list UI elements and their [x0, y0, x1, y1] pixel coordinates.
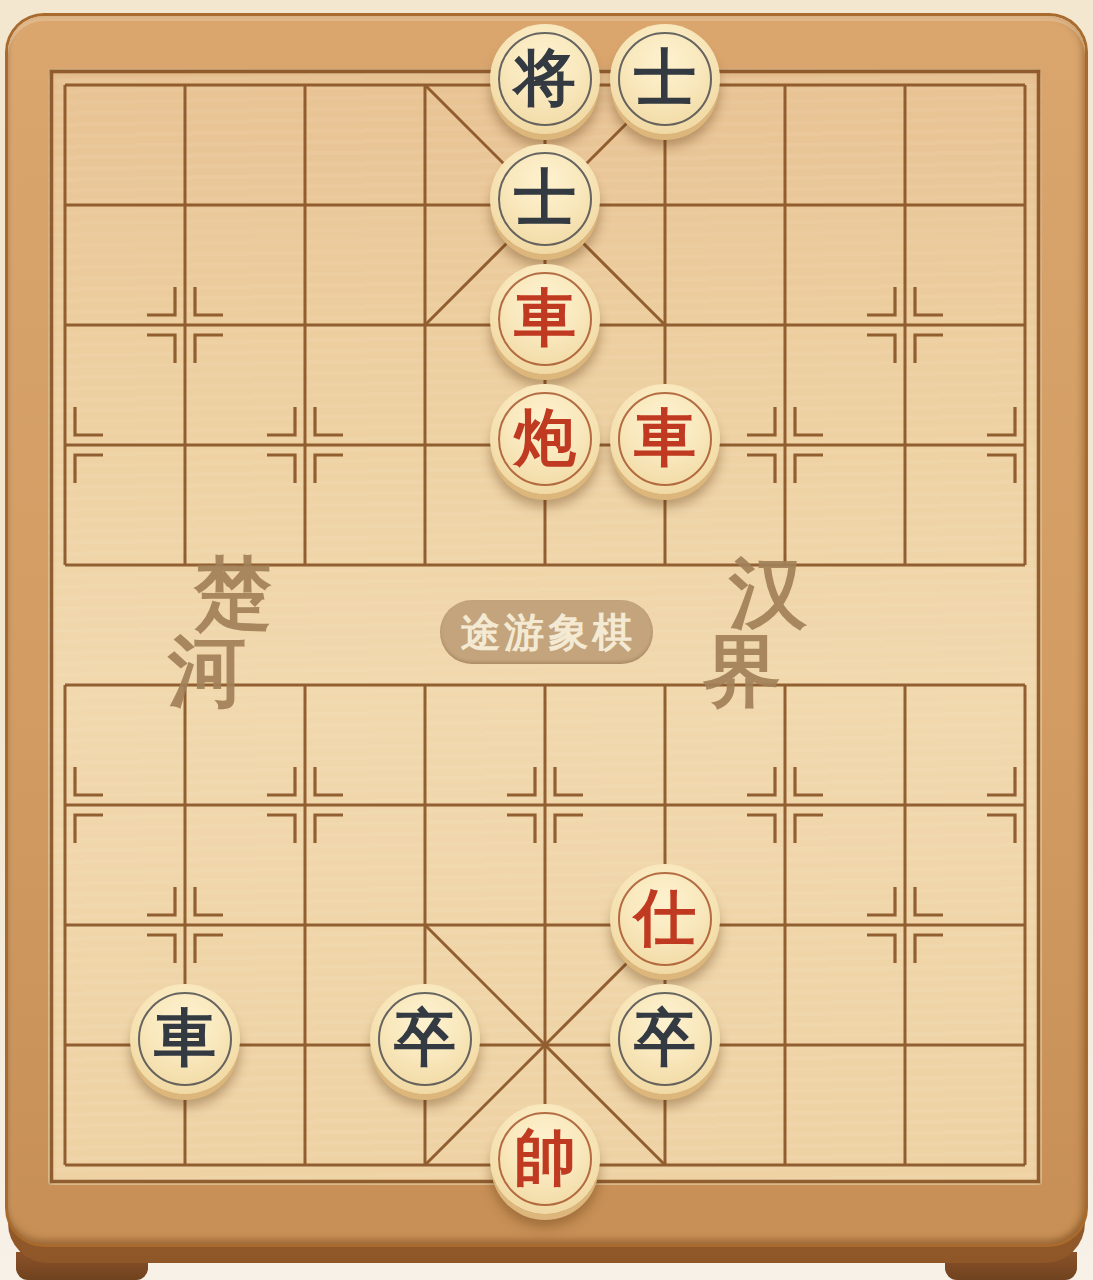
- piece-glyph: 士: [514, 167, 576, 229]
- piece-red-車[interactable]: 車: [610, 384, 720, 494]
- piece-glyph: 仕: [634, 887, 696, 949]
- piece-glyph: 卒: [394, 1007, 456, 1069]
- river-label-chu-he: 楚河: [168, 586, 392, 678]
- piece-glyph: 卒: [634, 1007, 696, 1069]
- piece-glyph: 車: [514, 287, 576, 349]
- piece-glyph: 炮: [514, 407, 576, 469]
- piece-black-卒[interactable]: 卒: [610, 984, 720, 1094]
- piece-red-帥[interactable]: 帥: [490, 1104, 600, 1214]
- piece-glyph: 将: [514, 47, 576, 109]
- piece-black-車[interactable]: 車: [130, 984, 240, 1094]
- xiangqi-app-screen: 楚河 汉界 途游象棋 将士士車炮車仕車卒卒帥: [0, 0, 1093, 1280]
- piece-red-仕[interactable]: 仕: [610, 864, 720, 974]
- piece-black-士[interactable]: 士: [610, 24, 720, 134]
- piece-glyph: 士: [634, 47, 696, 109]
- river-label-han-jie: 汉界: [703, 586, 927, 678]
- piece-black-将[interactable]: 将: [490, 24, 600, 134]
- piece-glyph: 帥: [514, 1127, 576, 1189]
- piece-glyph: 車: [634, 407, 696, 469]
- app-badge: 途游象棋: [440, 600, 653, 664]
- piece-black-卒[interactable]: 卒: [370, 984, 480, 1094]
- piece-glyph: 車: [154, 1007, 216, 1069]
- piece-black-士[interactable]: 士: [490, 144, 600, 254]
- piece-red-炮[interactable]: 炮: [490, 384, 600, 494]
- piece-red-車[interactable]: 車: [490, 264, 600, 374]
